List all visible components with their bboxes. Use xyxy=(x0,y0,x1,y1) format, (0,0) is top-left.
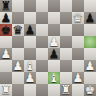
square-e8[interactable] xyxy=(48,0,60,12)
piece-black-pawn[interactable]: ♟ xyxy=(84,12,96,24)
square-a3[interactable] xyxy=(0,60,12,72)
square-c8[interactable] xyxy=(24,0,36,12)
square-a6[interactable]: ♚ xyxy=(0,24,12,36)
piece-white-king[interactable]: ♚ xyxy=(84,84,96,96)
square-g2[interactable]: ♟ xyxy=(72,72,84,84)
square-d3[interactable] xyxy=(36,60,48,72)
square-c1[interactable] xyxy=(24,84,36,96)
square-d1[interactable] xyxy=(36,84,48,96)
square-b5[interactable] xyxy=(12,36,24,48)
square-f1[interactable]: ♜ xyxy=(60,84,72,96)
square-f8[interactable] xyxy=(60,0,72,12)
piece-white-bishop[interactable]: ♝ xyxy=(48,72,60,84)
square-e2[interactable]: ♝ xyxy=(48,72,60,84)
square-d6[interactable] xyxy=(36,24,48,36)
square-g5[interactable] xyxy=(72,36,84,48)
square-h7[interactable]: ♟ xyxy=(84,12,96,24)
square-d4[interactable] xyxy=(36,48,48,60)
piece-white-pawn[interactable]: ♟ xyxy=(72,72,84,84)
square-f7[interactable] xyxy=(60,12,72,24)
square-f6[interactable] xyxy=(60,24,72,36)
square-f3[interactable] xyxy=(60,60,72,72)
square-g6[interactable] xyxy=(72,24,84,36)
piece-black-king[interactable]: ♚ xyxy=(0,24,12,36)
piece-white-pawn[interactable]: ♟ xyxy=(12,60,24,72)
square-f5[interactable] xyxy=(60,36,72,48)
square-c6[interactable]: ♟ xyxy=(24,24,36,36)
piece-white-pawn[interactable]: ♟ xyxy=(0,48,12,60)
chess-board: ♜♟♛♟♚♛♟♟♟♟♟♝♟♟♝♟♜♜♚ xyxy=(0,0,96,96)
square-g7[interactable]: ♛ xyxy=(72,12,84,24)
square-h3[interactable]: ♟ xyxy=(84,60,96,72)
square-b6[interactable]: ♛ xyxy=(12,24,24,36)
square-c2[interactable]: ♟ xyxy=(24,72,36,84)
square-g4[interactable] xyxy=(72,48,84,60)
square-d8[interactable] xyxy=(36,0,48,12)
square-h6[interactable] xyxy=(84,24,96,36)
square-c5[interactable] xyxy=(24,36,36,48)
piece-white-rook[interactable]: ♜ xyxy=(0,84,12,96)
square-h5[interactable] xyxy=(84,36,96,48)
square-e7[interactable] xyxy=(48,12,60,24)
piece-white-queen[interactable]: ♛ xyxy=(72,12,84,24)
piece-white-pawn[interactable]: ♟ xyxy=(24,72,36,84)
square-e4[interactable]: ♟ xyxy=(48,48,60,60)
square-h1[interactable]: ♚ xyxy=(84,84,96,96)
square-a1[interactable]: ♜ xyxy=(0,84,12,96)
square-f4[interactable] xyxy=(60,48,72,60)
square-b1[interactable] xyxy=(12,84,24,96)
square-d2[interactable] xyxy=(36,72,48,84)
piece-black-pawn[interactable]: ♟ xyxy=(24,24,36,36)
square-d7[interactable] xyxy=(36,12,48,24)
piece-black-queen[interactable]: ♛ xyxy=(12,24,24,36)
square-e1[interactable] xyxy=(48,84,60,96)
piece-white-pawn[interactable]: ♟ xyxy=(84,60,96,72)
square-b3[interactable]: ♟ xyxy=(12,60,24,72)
piece-black-pawn[interactable]: ♟ xyxy=(48,48,60,60)
square-a4[interactable]: ♟ xyxy=(0,48,12,60)
square-d5[interactable] xyxy=(36,36,48,48)
square-b2[interactable] xyxy=(12,72,24,84)
square-b8[interactable] xyxy=(12,0,24,12)
piece-white-rook[interactable]: ♜ xyxy=(60,84,72,96)
square-g1[interactable] xyxy=(72,84,84,96)
